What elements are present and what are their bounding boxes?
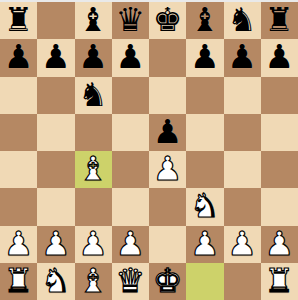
square-d4[interactable] <box>112 151 149 188</box>
square-f4[interactable] <box>186 151 223 188</box>
square-a3[interactable] <box>0 188 37 225</box>
square-f5[interactable] <box>186 114 223 151</box>
square-b4[interactable] <box>37 151 74 188</box>
white-knight[interactable]: ♞ <box>41 264 71 297</box>
square-c5[interactable] <box>75 114 112 151</box>
square-h3[interactable] <box>261 188 298 225</box>
square-d3[interactable] <box>112 188 149 225</box>
square-a5[interactable] <box>0 114 37 151</box>
black-knight[interactable]: ♞ <box>78 78 108 111</box>
square-e1[interactable]: ♚ <box>149 263 186 300</box>
black-pawn[interactable]: ♟ <box>190 40 220 73</box>
square-f1[interactable] <box>186 263 223 300</box>
square-e6[interactable] <box>149 77 186 114</box>
square-d8[interactable]: ♛ <box>112 2 149 39</box>
black-pawn[interactable]: ♟ <box>265 40 295 73</box>
square-f3[interactable]: ♞ <box>186 188 223 225</box>
black-pawn[interactable]: ♟ <box>153 115 183 148</box>
white-pawn[interactable]: ♟ <box>41 227 71 260</box>
square-h4[interactable] <box>261 151 298 188</box>
square-b8[interactable] <box>37 2 74 39</box>
square-e7[interactable] <box>149 39 186 76</box>
white-pawn[interactable]: ♟ <box>153 152 183 185</box>
square-a2[interactable]: ♟ <box>0 226 37 263</box>
square-c4[interactable]: ♝ <box>75 151 112 188</box>
white-pawn[interactable]: ♟ <box>4 227 34 260</box>
square-f2[interactable]: ♟ <box>186 226 223 263</box>
square-b3[interactable] <box>37 188 74 225</box>
square-b7[interactable]: ♟ <box>37 39 74 76</box>
white-knight[interactable]: ♞ <box>190 189 220 222</box>
square-c2[interactable]: ♟ <box>75 226 112 263</box>
square-c7[interactable]: ♟ <box>75 39 112 76</box>
square-h7[interactable]: ♟ <box>261 39 298 76</box>
square-g7[interactable]: ♟ <box>224 39 261 76</box>
square-g1[interactable] <box>224 263 261 300</box>
square-h1[interactable]: ♜ <box>261 263 298 300</box>
square-c1[interactable]: ♝ <box>75 263 112 300</box>
square-b2[interactable]: ♟ <box>37 226 74 263</box>
square-h2[interactable]: ♟ <box>261 226 298 263</box>
white-rook[interactable]: ♜ <box>4 264 34 297</box>
square-h8[interactable]: ♜ <box>261 2 298 39</box>
square-b1[interactable]: ♞ <box>37 263 74 300</box>
white-bishop[interactable]: ♝ <box>78 264 108 297</box>
white-king[interactable]: ♚ <box>153 264 183 297</box>
white-rook[interactable]: ♜ <box>265 264 295 297</box>
square-b6[interactable] <box>37 77 74 114</box>
black-bishop[interactable]: ♝ <box>190 3 220 36</box>
square-a6[interactable] <box>0 77 37 114</box>
black-rook[interactable]: ♜ <box>265 3 295 36</box>
square-c3[interactable] <box>75 188 112 225</box>
square-e8[interactable]: ♚ <box>149 2 186 39</box>
square-d5[interactable] <box>112 114 149 151</box>
black-rook[interactable]: ♜ <box>4 3 34 36</box>
square-a7[interactable]: ♟ <box>0 39 37 76</box>
white-pawn[interactable]: ♟ <box>116 227 146 260</box>
square-g3[interactable] <box>224 188 261 225</box>
square-h6[interactable] <box>261 77 298 114</box>
square-g8[interactable]: ♞ <box>224 2 261 39</box>
square-f6[interactable] <box>186 77 223 114</box>
black-pawn[interactable]: ♟ <box>78 40 108 73</box>
square-a4[interactable] <box>0 151 37 188</box>
square-d2[interactable]: ♟ <box>112 226 149 263</box>
black-king[interactable]: ♚ <box>153 3 183 36</box>
square-d1[interactable]: ♛ <box>112 263 149 300</box>
black-bishop[interactable]: ♝ <box>78 3 108 36</box>
square-h5[interactable] <box>261 114 298 151</box>
square-a1[interactable]: ♜ <box>0 263 37 300</box>
square-d6[interactable] <box>112 77 149 114</box>
square-g4[interactable] <box>224 151 261 188</box>
square-g5[interactable] <box>224 114 261 151</box>
square-c8[interactable]: ♝ <box>75 2 112 39</box>
white-pawn[interactable]: ♟ <box>227 227 257 260</box>
white-queen[interactable]: ♛ <box>116 264 146 297</box>
square-c6[interactable]: ♞ <box>75 77 112 114</box>
square-f7[interactable]: ♟ <box>186 39 223 76</box>
square-e5[interactable]: ♟ <box>149 114 186 151</box>
chess-board: ♜♝♛♚♝♞♜♟♟♟♟♟♟♟♞♟♝♟♞♟♟♟♟♟♟♟♜♞♝♛♚♜ <box>0 2 298 300</box>
square-a8[interactable]: ♜ <box>0 2 37 39</box>
white-pawn[interactable]: ♟ <box>190 227 220 260</box>
black-pawn[interactable]: ♟ <box>41 40 71 73</box>
square-g2[interactable]: ♟ <box>224 226 261 263</box>
white-pawn[interactable]: ♟ <box>78 227 108 260</box>
square-d7[interactable]: ♟ <box>112 39 149 76</box>
square-e2[interactable] <box>149 226 186 263</box>
black-queen[interactable]: ♛ <box>116 3 146 36</box>
square-f8[interactable]: ♝ <box>186 2 223 39</box>
square-b5[interactable] <box>37 114 74 151</box>
white-pawn[interactable]: ♟ <box>265 227 295 260</box>
square-e4[interactable]: ♟ <box>149 151 186 188</box>
square-g6[interactable] <box>224 77 261 114</box>
black-pawn[interactable]: ♟ <box>116 40 146 73</box>
white-bishop[interactable]: ♝ <box>78 152 108 185</box>
square-e3[interactable] <box>149 188 186 225</box>
black-pawn[interactable]: ♟ <box>227 40 257 73</box>
black-knight[interactable]: ♞ <box>227 3 257 36</box>
black-pawn[interactable]: ♟ <box>4 40 34 73</box>
